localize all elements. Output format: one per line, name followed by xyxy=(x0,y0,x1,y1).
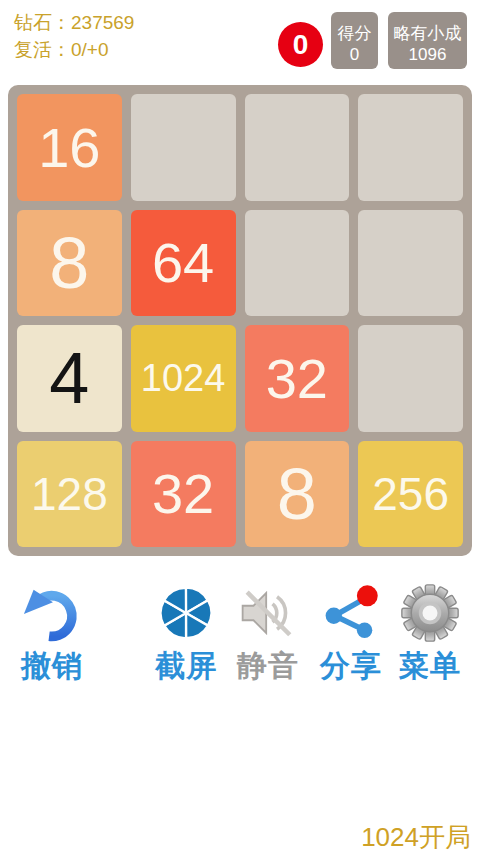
game-screen: 钻石：237569 复活：0/+0 0 得分 0 略有小成 1096 16864… xyxy=(0,0,480,854)
achievement-button[interactable]: 略有小成 1096 xyxy=(388,12,467,69)
tile-1024: 1024 xyxy=(131,325,236,432)
revive-count: 复活：0/+0 xyxy=(14,36,134,63)
gear-icon xyxy=(392,582,468,644)
undo-button[interactable]: 撤销 xyxy=(14,582,90,687)
undo-label: 撤销 xyxy=(14,646,90,687)
tile-4: 4 xyxy=(17,325,122,432)
tile-32: 32 xyxy=(131,441,236,548)
empty-cell xyxy=(245,94,350,201)
mute-label: 静音 xyxy=(230,646,306,687)
achievement-title: 略有小成 xyxy=(388,23,467,44)
aperture-icon xyxy=(148,582,224,644)
game-mode-label: 1024开局 xyxy=(361,820,471,854)
achievement-value: 1096 xyxy=(388,44,467,65)
toolbar: 撤销 截屏 xyxy=(0,582,480,692)
score-button[interactable]: 得分 0 xyxy=(331,12,378,69)
empty-cell xyxy=(358,325,463,432)
tile-8: 8 xyxy=(17,210,122,317)
empty-cell xyxy=(131,94,236,201)
currency-panel: 钻石：237569 复活：0/+0 xyxy=(14,9,134,63)
share-label: 分享 xyxy=(313,646,389,687)
tile-256: 256 xyxy=(358,441,463,548)
diamond-count: 钻石：237569 xyxy=(14,9,134,36)
undo-icon xyxy=(14,582,90,644)
muted-speaker-icon xyxy=(230,582,306,644)
menu-label: 菜单 xyxy=(392,646,468,687)
empty-cell xyxy=(358,94,463,201)
tile-32: 32 xyxy=(245,325,350,432)
screenshot-button[interactable]: 截屏 xyxy=(148,582,224,687)
score-title: 得分 xyxy=(331,23,378,44)
share-notification-dot xyxy=(357,585,378,606)
notification-badge: 0 xyxy=(278,22,323,67)
tile-16: 16 xyxy=(17,94,122,201)
empty-cell xyxy=(245,210,350,317)
share-icon xyxy=(313,582,389,644)
score-value: 0 xyxy=(331,44,378,65)
tile-8: 8 xyxy=(245,441,350,548)
mute-button[interactable]: 静音 xyxy=(230,582,306,687)
tile-64: 64 xyxy=(131,210,236,317)
tile-128: 128 xyxy=(17,441,122,548)
screenshot-label: 截屏 xyxy=(148,646,224,687)
board-grid[interactable]: 168644102432128328256 xyxy=(8,85,472,556)
share-button[interactable]: 分享 xyxy=(313,582,389,687)
empty-cell xyxy=(358,210,463,317)
menu-button[interactable]: 菜单 xyxy=(392,582,468,687)
